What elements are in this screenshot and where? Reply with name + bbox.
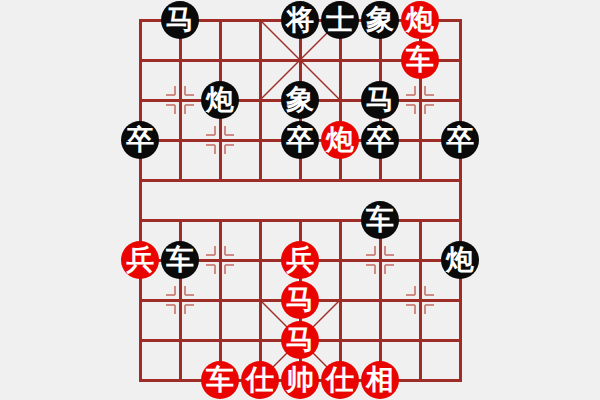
piece-red-advisor[interactable]: 仕 bbox=[321, 361, 359, 399]
piece-red-horse[interactable]: 马 bbox=[281, 321, 319, 359]
piece-red-soldier[interactable]: 兵 bbox=[121, 241, 159, 279]
piece-red-advisor[interactable]: 仕 bbox=[241, 361, 279, 399]
xiangqi-app: 马将士象炮车炮象马卒卒炮卒卒车兵车兵炮马马车仕帅仕相 bbox=[0, 0, 600, 400]
piece-black-chariot[interactable]: 车 bbox=[161, 241, 199, 279]
piece-black-soldier[interactable]: 卒 bbox=[441, 121, 479, 159]
piece-red-cannon[interactable]: 炮 bbox=[401, 1, 439, 39]
piece-black-elephant[interactable]: 象 bbox=[281, 81, 319, 119]
piece-black-general[interactable]: 将 bbox=[281, 1, 319, 39]
piece-black-soldier[interactable]: 卒 bbox=[121, 121, 159, 159]
piece-red-chariot[interactable]: 车 bbox=[201, 361, 239, 399]
piece-black-soldier[interactable]: 卒 bbox=[281, 121, 319, 159]
piece-red-elephant[interactable]: 相 bbox=[361, 361, 399, 399]
piece-red-soldier[interactable]: 兵 bbox=[281, 241, 319, 279]
piece-black-horse[interactable]: 马 bbox=[361, 81, 399, 119]
piece-black-chariot[interactable]: 车 bbox=[361, 201, 399, 239]
piece-red-chariot[interactable]: 车 bbox=[401, 41, 439, 79]
xiangqi-board[interactable]: 马将士象炮车炮象马卒卒炮卒卒车兵车兵炮马马车仕帅仕相 bbox=[120, 0, 480, 400]
piece-red-general[interactable]: 帅 bbox=[281, 361, 319, 399]
piece-black-cannon[interactable]: 炮 bbox=[201, 81, 239, 119]
piece-black-elephant[interactable]: 象 bbox=[361, 1, 399, 39]
piece-red-cannon[interactable]: 炮 bbox=[321, 121, 359, 159]
piece-red-horse[interactable]: 马 bbox=[281, 281, 319, 319]
piece-black-horse[interactable]: 马 bbox=[161, 1, 199, 39]
piece-black-soldier[interactable]: 卒 bbox=[361, 121, 399, 159]
piece-black-cannon[interactable]: 炮 bbox=[441, 241, 479, 279]
piece-black-advisor[interactable]: 士 bbox=[321, 1, 359, 39]
